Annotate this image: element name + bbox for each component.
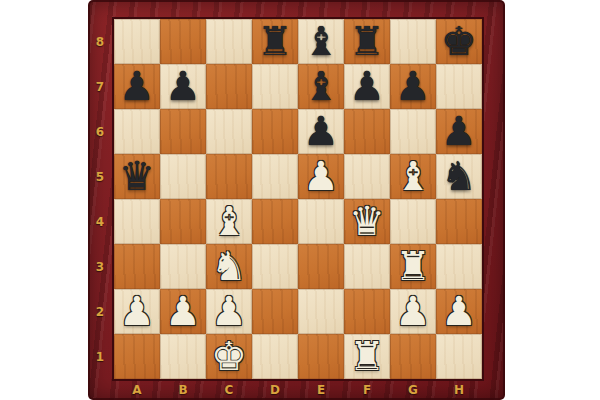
square-c7[interactable] xyxy=(206,64,252,109)
square-g3[interactable]: ♜ xyxy=(390,244,436,289)
square-d5[interactable] xyxy=(252,154,298,199)
square-h6[interactable]: ♟ xyxy=(436,109,482,154)
piece-black-king[interactable]: ♚ xyxy=(441,21,477,61)
rank-label-2: 2 xyxy=(88,289,112,334)
rank-label-7: 7 xyxy=(88,64,112,109)
rank-labels: 87654321 xyxy=(88,19,112,379)
square-f6[interactable] xyxy=(344,109,390,154)
square-b2[interactable]: ♟ xyxy=(160,289,206,334)
square-e7[interactable]: ♝ xyxy=(298,64,344,109)
square-f7[interactable]: ♟ xyxy=(344,64,390,109)
square-c4[interactable]: ♝ xyxy=(206,199,252,244)
piece-white-bishop[interactable]: ♝ xyxy=(395,156,431,196)
square-g6[interactable] xyxy=(390,109,436,154)
file-label-d: D xyxy=(252,379,298,400)
square-c2[interactable]: ♟ xyxy=(206,289,252,334)
square-b7[interactable]: ♟ xyxy=(160,64,206,109)
rank-label-4: 4 xyxy=(88,199,112,244)
file-label-c: C xyxy=(206,379,252,400)
square-g8[interactable] xyxy=(390,19,436,64)
file-label-g: G xyxy=(390,379,436,400)
square-f2[interactable] xyxy=(344,289,390,334)
square-d7[interactable] xyxy=(252,64,298,109)
square-g1[interactable] xyxy=(390,334,436,379)
piece-white-pawn[interactable]: ♟ xyxy=(441,291,477,331)
file-label-f: F xyxy=(344,379,390,400)
piece-black-pawn[interactable]: ♟ xyxy=(395,66,431,106)
square-b5[interactable] xyxy=(160,154,206,199)
chessboard-frame: 87654321 ABCDEFGH ♜♝♜♚♟♟♝♟♟♟♟♛♟♝♞♝♛♞♜♟♟♟… xyxy=(88,0,505,400)
piece-black-rook[interactable]: ♜ xyxy=(257,21,293,61)
square-d4[interactable] xyxy=(252,199,298,244)
square-a8[interactable] xyxy=(114,19,160,64)
square-e6[interactable]: ♟ xyxy=(298,109,344,154)
square-h5[interactable]: ♞ xyxy=(436,154,482,199)
piece-black-pawn[interactable]: ♟ xyxy=(349,66,385,106)
file-label-h: H xyxy=(436,379,482,400)
square-e4[interactable] xyxy=(298,199,344,244)
board-grid: ♜♝♜♚♟♟♝♟♟♟♟♛♟♝♞♝♛♞♜♟♟♟♟♟♚♜ xyxy=(112,17,484,381)
piece-black-pawn[interactable]: ♟ xyxy=(441,111,477,151)
piece-black-knight[interactable]: ♞ xyxy=(441,156,477,196)
page-background: { "game": "chess", "position": { "fen": … xyxy=(0,0,600,400)
square-d8[interactable]: ♜ xyxy=(252,19,298,64)
piece-black-bishop[interactable]: ♝ xyxy=(303,21,339,61)
piece-white-pawn[interactable]: ♟ xyxy=(303,156,339,196)
square-a6[interactable] xyxy=(114,109,160,154)
piece-white-queen[interactable]: ♛ xyxy=(349,201,385,241)
square-b3[interactable] xyxy=(160,244,206,289)
piece-white-pawn[interactable]: ♟ xyxy=(211,291,247,331)
square-g4[interactable] xyxy=(390,199,436,244)
square-a3[interactable] xyxy=(114,244,160,289)
square-h2[interactable]: ♟ xyxy=(436,289,482,334)
square-e5[interactable]: ♟ xyxy=(298,154,344,199)
rank-label-5: 5 xyxy=(88,154,112,199)
square-f5[interactable] xyxy=(344,154,390,199)
piece-black-rook[interactable]: ♜ xyxy=(349,21,385,61)
square-c3[interactable]: ♞ xyxy=(206,244,252,289)
square-a1[interactable] xyxy=(114,334,160,379)
square-c5[interactable] xyxy=(206,154,252,199)
rank-label-1: 1 xyxy=(88,334,112,379)
file-label-e: E xyxy=(298,379,344,400)
square-e3[interactable] xyxy=(298,244,344,289)
piece-white-rook[interactable]: ♜ xyxy=(395,246,431,286)
piece-white-king[interactable]: ♚ xyxy=(211,336,247,376)
piece-white-knight[interactable]: ♞ xyxy=(211,246,247,286)
square-b6[interactable] xyxy=(160,109,206,154)
square-e1[interactable] xyxy=(298,334,344,379)
piece-black-pawn[interactable]: ♟ xyxy=(165,66,201,106)
piece-black-pawn[interactable]: ♟ xyxy=(303,111,339,151)
square-d3[interactable] xyxy=(252,244,298,289)
piece-white-pawn[interactable]: ♟ xyxy=(119,291,155,331)
square-d1[interactable] xyxy=(252,334,298,379)
file-label-a: A xyxy=(114,379,160,400)
square-b4[interactable] xyxy=(160,199,206,244)
square-f4[interactable]: ♛ xyxy=(344,199,390,244)
square-g2[interactable]: ♟ xyxy=(390,289,436,334)
piece-black-queen[interactable]: ♛ xyxy=(119,156,155,196)
square-g5[interactable]: ♝ xyxy=(390,154,436,199)
rank-label-8: 8 xyxy=(88,19,112,64)
piece-white-pawn[interactable]: ♟ xyxy=(165,291,201,331)
square-c6[interactable] xyxy=(206,109,252,154)
square-b8[interactable] xyxy=(160,19,206,64)
rank-label-6: 6 xyxy=(88,109,112,154)
file-labels: ABCDEFGH xyxy=(114,379,482,400)
square-h1[interactable] xyxy=(436,334,482,379)
piece-white-rook[interactable]: ♜ xyxy=(349,336,385,376)
square-h8[interactable]: ♚ xyxy=(436,19,482,64)
square-h7[interactable] xyxy=(436,64,482,109)
piece-white-pawn[interactable]: ♟ xyxy=(395,291,431,331)
rank-label-3: 3 xyxy=(88,244,112,289)
file-label-b: B xyxy=(160,379,206,400)
square-b1[interactable] xyxy=(160,334,206,379)
piece-black-bishop[interactable]: ♝ xyxy=(303,66,339,106)
square-c1[interactable]: ♚ xyxy=(206,334,252,379)
square-a2[interactable]: ♟ xyxy=(114,289,160,334)
piece-black-pawn[interactable]: ♟ xyxy=(119,66,155,106)
square-f8[interactable]: ♜ xyxy=(344,19,390,64)
square-h3[interactable] xyxy=(436,244,482,289)
square-h4[interactable] xyxy=(436,199,482,244)
square-a5[interactable]: ♛ xyxy=(114,154,160,199)
square-e2[interactable] xyxy=(298,289,344,334)
square-a4[interactable] xyxy=(114,199,160,244)
square-d2[interactable] xyxy=(252,289,298,334)
square-f3[interactable] xyxy=(344,244,390,289)
square-f1[interactable]: ♜ xyxy=(344,334,390,379)
square-c8[interactable] xyxy=(206,19,252,64)
square-a7[interactable]: ♟ xyxy=(114,64,160,109)
square-d6[interactable] xyxy=(252,109,298,154)
piece-white-bishop[interactable]: ♝ xyxy=(211,201,247,241)
square-e8[interactable]: ♝ xyxy=(298,19,344,64)
square-g7[interactable]: ♟ xyxy=(390,64,436,109)
